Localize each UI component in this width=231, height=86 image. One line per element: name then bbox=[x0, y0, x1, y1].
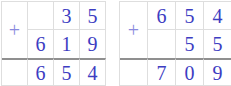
p2-r3-c0 bbox=[120, 58, 148, 86]
p2-r2-c1 bbox=[148, 30, 176, 58]
p1-r2-c1: 6 bbox=[28, 30, 54, 58]
plus-operator: + bbox=[120, 2, 148, 58]
p2-r1-c3: 4 bbox=[204, 2, 231, 30]
addition-grid-2: + 6 5 4 5 5 7 0 9 bbox=[119, 1, 231, 86]
addition-grid-1: + 3 5 6 1 9 6 5 4 bbox=[1, 1, 106, 86]
p1-r1-c3: 5 bbox=[80, 2, 106, 30]
p2-r2-c3: 5 bbox=[204, 30, 231, 58]
addition-worksheet: + 3 5 6 1 9 6 5 4 + 6 5 4 5 5 7 0 9 bbox=[0, 0, 231, 86]
p2-r2-c2: 5 bbox=[176, 30, 204, 58]
p1-r1-c2: 3 bbox=[54, 2, 80, 30]
p1-r3-c1: 6 bbox=[28, 58, 54, 86]
p1-r3-c2: 5 bbox=[54, 58, 80, 86]
p2-r1-c1: 6 bbox=[148, 2, 176, 30]
p1-r3-c0 bbox=[2, 58, 28, 86]
p1-r2-c3: 9 bbox=[80, 30, 106, 58]
p2-r3-c1: 7 bbox=[148, 58, 176, 86]
p2-r3-c2: 0 bbox=[176, 58, 204, 86]
p1-r3-c3: 4 bbox=[80, 58, 106, 86]
p1-r1-c1 bbox=[28, 2, 54, 30]
plus-operator: + bbox=[2, 2, 28, 58]
p1-r2-c2: 1 bbox=[54, 30, 80, 58]
p2-r3-c3: 9 bbox=[204, 58, 231, 86]
p2-r1-c2: 5 bbox=[176, 2, 204, 30]
